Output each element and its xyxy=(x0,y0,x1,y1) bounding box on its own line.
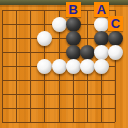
black-stone xyxy=(108,31,123,46)
white-stone xyxy=(94,45,109,60)
black-stone xyxy=(80,45,95,60)
white-stone xyxy=(52,17,67,32)
black-stone xyxy=(66,45,81,60)
grid-line-horizontal xyxy=(2,122,115,123)
grid-line-horizontal xyxy=(2,108,115,109)
black-stone xyxy=(66,17,81,32)
white-stone xyxy=(66,59,81,74)
candidate-move-C[interactable]: C xyxy=(108,16,123,31)
white-stone xyxy=(80,59,95,74)
white-stone xyxy=(94,17,109,32)
grid-line-horizontal xyxy=(2,80,115,81)
white-stone xyxy=(37,31,52,46)
white-stone xyxy=(94,59,109,74)
white-stone xyxy=(108,45,123,60)
black-stone xyxy=(94,31,109,46)
go-board[interactable]: BAC xyxy=(0,0,128,128)
black-stone xyxy=(66,31,81,46)
white-stone xyxy=(37,59,52,74)
grid-line-horizontal xyxy=(2,94,115,95)
candidate-move-A[interactable]: A xyxy=(94,2,109,17)
candidate-move-B[interactable]: B xyxy=(66,2,81,17)
white-stone xyxy=(52,59,67,74)
